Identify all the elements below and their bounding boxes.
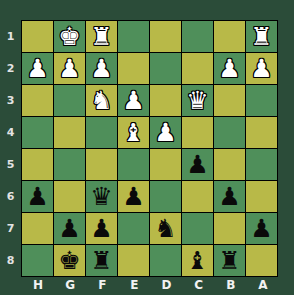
black-pawn-icon: ♟: [122, 181, 144, 212]
file-label-e: E: [118, 277, 150, 293]
white-knight-icon: ♞: [90, 85, 112, 116]
white-pawn-icon: ♟: [26, 53, 48, 84]
square-b8[interactable]: ♜: [214, 245, 245, 276]
square-f7[interactable]: ♟: [86, 213, 117, 244]
white-king-icon: ♚: [58, 21, 80, 52]
white-queen-icon: ♛: [186, 85, 208, 116]
rank-label-3: 3: [0, 85, 21, 117]
black-king-icon: ♚: [58, 245, 80, 276]
square-a6[interactable]: [246, 181, 277, 212]
square-d1[interactable]: [150, 21, 181, 52]
square-d8[interactable]: [150, 245, 181, 276]
rank-label-5: 5: [0, 149, 21, 181]
black-pawn-icon: ♟: [26, 181, 48, 212]
square-h8[interactable]: [22, 245, 53, 276]
square-h7[interactable]: [22, 213, 53, 244]
square-f8[interactable]: ♜: [86, 245, 117, 276]
square-d6[interactable]: [150, 181, 181, 212]
square-f3[interactable]: ♞: [86, 85, 117, 116]
square-c8[interactable]: ♝: [182, 245, 213, 276]
white-pawn-icon: ♟: [90, 53, 112, 84]
black-queen-icon: ♛: [90, 181, 112, 212]
square-c7[interactable]: [182, 213, 213, 244]
rank-labels: 12345678: [0, 21, 21, 277]
square-g5[interactable]: [54, 149, 85, 180]
white-pawn-icon: ♟: [122, 85, 144, 116]
square-e1[interactable]: [118, 21, 149, 52]
rank-label-6: 6: [0, 181, 21, 213]
square-g2[interactable]: ♟: [54, 53, 85, 84]
square-c3[interactable]: ♛: [182, 85, 213, 116]
square-h6[interactable]: ♟: [22, 181, 53, 212]
square-b3[interactable]: [214, 85, 245, 116]
square-g1[interactable]: ♚: [54, 21, 85, 52]
square-d3[interactable]: [150, 85, 181, 116]
square-f6[interactable]: ♛: [86, 181, 117, 212]
square-a3[interactable]: [246, 85, 277, 116]
square-a2[interactable]: ♟: [246, 53, 277, 84]
square-e3[interactable]: ♟: [118, 85, 149, 116]
square-g7[interactable]: ♟: [54, 213, 85, 244]
file-label-b: B: [215, 277, 247, 293]
square-g6[interactable]: [54, 181, 85, 212]
square-h3[interactable]: [22, 85, 53, 116]
black-pawn-icon: ♟: [90, 213, 112, 244]
rank-label-1: 1: [0, 21, 21, 53]
black-pawn-icon: ♟: [58, 213, 80, 244]
square-b6[interactable]: ♟: [214, 181, 245, 212]
rank-label-2: 2: [0, 53, 21, 85]
file-label-g: G: [54, 277, 86, 293]
square-b1[interactable]: [214, 21, 245, 52]
file-label-c: C: [183, 277, 215, 293]
square-d4[interactable]: ♟: [150, 117, 181, 148]
square-a5[interactable]: [246, 149, 277, 180]
black-rook-icon: ♜: [218, 245, 240, 276]
square-d2[interactable]: [150, 53, 181, 84]
square-a4[interactable]: [246, 117, 277, 148]
black-pawn-icon: ♟: [186, 149, 208, 180]
square-e8[interactable]: [118, 245, 149, 276]
square-c2[interactable]: [182, 53, 213, 84]
file-label-f: F: [86, 277, 118, 293]
white-pawn-icon: ♟: [218, 53, 240, 84]
white-rook-icon: ♜: [250, 21, 272, 52]
black-pawn-icon: ♟: [218, 181, 240, 212]
square-a7[interactable]: ♟: [246, 213, 277, 244]
square-e2[interactable]: [118, 53, 149, 84]
square-h5[interactable]: [22, 149, 53, 180]
square-a1[interactable]: ♜: [246, 21, 277, 52]
square-b5[interactable]: [214, 149, 245, 180]
square-f4[interactable]: [86, 117, 117, 148]
chess-board: ♚♜♜♟♟♟♟♟♞♟♛♝♟♟♟♛♟♟♟♟♞♟♚♜♝♜: [21, 20, 278, 277]
square-f1[interactable]: ♜: [86, 21, 117, 52]
square-e5[interactable]: [118, 149, 149, 180]
square-b4[interactable]: [214, 117, 245, 148]
square-e4[interactable]: ♝: [118, 117, 149, 148]
square-h1[interactable]: [22, 21, 53, 52]
white-pawn-icon: ♟: [58, 53, 80, 84]
rank-label-7: 7: [0, 213, 21, 245]
white-bishop-icon: ♝: [122, 117, 144, 148]
square-d7[interactable]: ♞: [150, 213, 181, 244]
black-rook-icon: ♜: [90, 245, 112, 276]
square-g3[interactable]: [54, 85, 85, 116]
square-h4[interactable]: [22, 117, 53, 148]
black-bishop-icon: ♝: [186, 245, 208, 276]
rank-label-8: 8: [0, 245, 21, 277]
black-knight-icon: ♞: [154, 213, 176, 244]
rank-label-4: 4: [0, 117, 21, 149]
black-pawn-icon: ♟: [250, 213, 272, 244]
white-pawn-icon: ♟: [250, 53, 272, 84]
white-rook-icon: ♜: [90, 21, 112, 52]
file-label-d: D: [151, 277, 183, 293]
square-c5[interactable]: ♟: [182, 149, 213, 180]
square-c4[interactable]: [182, 117, 213, 148]
square-a8[interactable]: [246, 245, 277, 276]
square-g4[interactable]: [54, 117, 85, 148]
white-pawn-icon: ♟: [154, 117, 176, 148]
file-label-h: H: [22, 277, 54, 293]
square-c1[interactable]: [182, 21, 213, 52]
square-f5[interactable]: [86, 149, 117, 180]
square-f2[interactable]: ♟: [86, 53, 117, 84]
square-d5[interactable]: [150, 149, 181, 180]
chess-board-frame: 12345678 ♚♜♜♟♟♟♟♟♞♟♛♝♟♟♟♛♟♟♟♟♞♟♚♜♝♜ HGFE…: [0, 0, 294, 295]
square-e7[interactable]: [118, 213, 149, 244]
file-label-a: A: [247, 277, 279, 293]
square-b7[interactable]: [214, 213, 245, 244]
square-c6[interactable]: [182, 181, 213, 212]
square-g8[interactable]: ♚: [54, 245, 85, 276]
square-b2[interactable]: ♟: [214, 53, 245, 84]
square-h2[interactable]: ♟: [22, 53, 53, 84]
file-labels: HGFEDCBA: [22, 277, 279, 293]
square-e6[interactable]: ♟: [118, 181, 149, 212]
